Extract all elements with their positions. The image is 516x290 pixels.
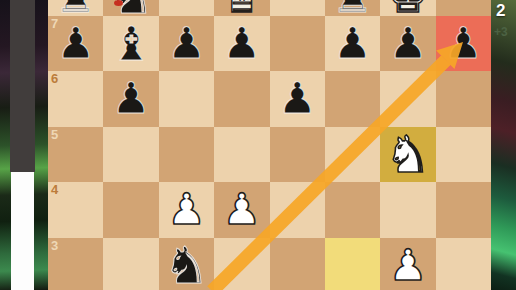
square-g8[interactable]: ♚ bbox=[380, 0, 435, 16]
left-dark-panel bbox=[10, 0, 35, 172]
square-c8[interactable] bbox=[159, 0, 214, 16]
piece-black-pawn-h7[interactable]: ♟ bbox=[436, 16, 491, 72]
piece-white-pawn-c4[interactable]: ♟ bbox=[159, 182, 214, 238]
square-b4[interactable] bbox=[103, 182, 158, 238]
material-advantage: +3 bbox=[494, 25, 508, 39]
square-a3[interactable]: 3 bbox=[48, 238, 103, 290]
background-right-blur bbox=[491, 0, 516, 290]
piece-black-pawn-c7[interactable]: ♟ bbox=[159, 16, 214, 72]
square-h5[interactable] bbox=[436, 127, 491, 183]
square-e5[interactable] bbox=[270, 127, 325, 183]
square-b6[interactable]: ♟ bbox=[103, 71, 158, 127]
square-c3[interactable]: ♞ bbox=[159, 238, 214, 290]
square-g5[interactable]: ♞ bbox=[380, 127, 435, 183]
square-e7[interactable] bbox=[270, 16, 325, 72]
square-f6[interactable] bbox=[325, 71, 380, 127]
square-h6[interactable] bbox=[436, 71, 491, 127]
square-e3[interactable] bbox=[270, 238, 325, 290]
square-f8[interactable]: ♜ bbox=[325, 0, 380, 16]
square-h3[interactable] bbox=[436, 238, 491, 290]
rank-label-6: 6 bbox=[51, 72, 58, 85]
square-c6[interactable] bbox=[159, 71, 214, 127]
piece-black-bishop-b7[interactable]: ♝ bbox=[103, 16, 158, 72]
video-frame: ♜♞♛♜♚7♟♝♟♟♟♟♟6♟♟5♞4♟♟3♞♟ 2 +3 bbox=[0, 0, 516, 290]
piece-black-pawn-b6[interactable]: ♟ bbox=[103, 71, 158, 127]
square-a4[interactable]: 4 bbox=[48, 182, 103, 238]
rank-label-3: 3 bbox=[51, 239, 58, 252]
square-c4[interactable]: ♟ bbox=[159, 182, 214, 238]
piece-white-knight-g5[interactable]: ♞ bbox=[380, 127, 435, 183]
square-d8[interactable]: ♛ bbox=[214, 0, 269, 16]
square-d5[interactable] bbox=[214, 127, 269, 183]
piece-black-pawn-e6[interactable]: ♟ bbox=[270, 71, 325, 127]
square-h8[interactable] bbox=[436, 0, 491, 16]
piece-black-pawn-a7[interactable]: ♟ bbox=[48, 16, 103, 72]
piece-black-pawn-d7[interactable]: ♟ bbox=[214, 16, 269, 72]
left-white-panel bbox=[11, 172, 34, 290]
piece-black-knight-c3[interactable]: ♞ bbox=[159, 238, 214, 290]
square-e6[interactable]: ♟ bbox=[270, 71, 325, 127]
square-f5[interactable] bbox=[325, 127, 380, 183]
rank-label-4: 4 bbox=[51, 183, 58, 196]
square-b8[interactable]: ♞ bbox=[103, 0, 158, 16]
square-d6[interactable] bbox=[214, 71, 269, 127]
piece-white-pawn-g3[interactable]: ♟ bbox=[380, 238, 435, 290]
square-h4[interactable] bbox=[436, 182, 491, 238]
square-a7[interactable]: 7♟ bbox=[48, 16, 103, 72]
square-b3[interactable] bbox=[103, 238, 158, 290]
square-e4[interactable] bbox=[270, 182, 325, 238]
square-a5[interactable]: 5 bbox=[48, 127, 103, 183]
square-g4[interactable] bbox=[380, 182, 435, 238]
square-c7[interactable]: ♟ bbox=[159, 16, 214, 72]
square-b7[interactable]: ♝ bbox=[103, 16, 158, 72]
square-e8[interactable] bbox=[270, 0, 325, 16]
square-g6[interactable] bbox=[380, 71, 435, 127]
piece-white-pawn-d4[interactable]: ♟ bbox=[214, 182, 269, 238]
square-d4[interactable]: ♟ bbox=[214, 182, 269, 238]
square-a6[interactable]: 6 bbox=[48, 71, 103, 127]
chess-board[interactable]: ♜♞♛♜♚7♟♝♟♟♟♟♟6♟♟5♞4♟♟3♞♟ bbox=[48, 0, 491, 290]
square-d7[interactable]: ♟ bbox=[214, 16, 269, 72]
square-h7[interactable]: ♟ bbox=[436, 16, 491, 72]
piece-black-pawn-f7[interactable]: ♟ bbox=[325, 16, 380, 72]
square-g3[interactable]: ♟ bbox=[380, 238, 435, 290]
captured-count: 2 bbox=[496, 1, 505, 21]
square-f4[interactable] bbox=[325, 182, 380, 238]
square-f7[interactable]: ♟ bbox=[325, 16, 380, 72]
square-d3[interactable] bbox=[214, 238, 269, 290]
square-g7[interactable]: ♟ bbox=[380, 16, 435, 72]
square-a8[interactable]: ♜ bbox=[48, 0, 103, 16]
rank-label-5: 5 bbox=[51, 128, 58, 141]
red-dot-marker bbox=[114, 0, 123, 6]
square-c5[interactable] bbox=[159, 127, 214, 183]
square-f3[interactable] bbox=[325, 238, 380, 290]
square-b5[interactable] bbox=[103, 127, 158, 183]
piece-black-pawn-g7[interactable]: ♟ bbox=[380, 16, 435, 72]
